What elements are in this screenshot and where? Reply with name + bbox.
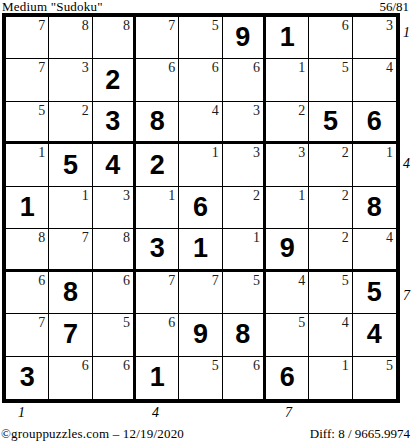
cell-r7c7[interactable]: 4	[266, 272, 309, 314]
cell-r7c6[interactable]: 5	[223, 272, 266, 314]
cell-r7c1[interactable]: 6	[6, 272, 49, 314]
cell-r4c8[interactable]: 2	[309, 144, 352, 186]
cell-r9c8[interactable]: 1	[309, 357, 352, 399]
cell-r6c7[interactable]: 9	[266, 229, 309, 271]
given-digit: 8	[223, 314, 263, 355]
cell-r2c8[interactable]: 5	[309, 59, 352, 101]
cell-r2c1[interactable]: 7	[6, 59, 49, 101]
cell-r6c4[interactable]: 3	[136, 229, 179, 271]
cell-r1c6[interactable]: 9	[223, 17, 266, 59]
pencil-digit: 5	[38, 103, 45, 118]
pencil-digit: 4	[386, 230, 393, 245]
given-digit: 6	[179, 187, 221, 228]
pencil-digit: 1	[298, 188, 305, 203]
pencil-digit: 1	[298, 60, 305, 75]
cell-r9c9[interactable]: 5	[353, 357, 396, 399]
cell-r8c8[interactable]: 4	[309, 314, 352, 356]
pencil-digit: 2	[298, 103, 305, 118]
cell-r3c7[interactable]: 2	[266, 102, 309, 144]
given-digit: 2	[136, 144, 178, 185]
cell-r2c3[interactable]: 2	[93, 59, 136, 101]
pencil-digit: 5	[342, 273, 349, 288]
pencil-digit: 7	[38, 60, 45, 75]
given-digit: 4	[353, 314, 396, 355]
given-digit: 3	[136, 229, 178, 268]
cell-r7c5[interactable]: 7	[179, 272, 222, 314]
pencil-digit: 7	[38, 315, 45, 330]
pencil-digit: 7	[168, 273, 175, 288]
cell-r2c9[interactable]: 4	[353, 59, 396, 101]
col-label-4: 4	[152, 405, 159, 421]
given-digit: 3	[6, 357, 48, 399]
difficulty-rating: Diff: 8 / 9665.9974	[310, 426, 410, 442]
cell-r7c3[interactable]: 6	[93, 272, 136, 314]
given-digit: 6	[266, 357, 308, 399]
pencil-digit: 8	[38, 230, 45, 245]
cell-r6c5[interactable]: 1	[179, 229, 222, 271]
pencil-digit: 8	[123, 230, 130, 245]
pencil-digit: 5	[212, 18, 219, 33]
given-digit: 3	[93, 102, 133, 141]
cell-r8c2[interactable]: 7	[49, 314, 92, 356]
given-digit: 9	[223, 17, 263, 58]
pencil-digit: 1	[38, 145, 45, 160]
cell-r8c1[interactable]: 7	[6, 314, 49, 356]
cell-r5c1[interactable]: 1	[6, 187, 49, 229]
pencil-digit: 5	[212, 358, 219, 373]
given-digit: 8	[49, 272, 91, 313]
cell-r7c2[interactable]: 8	[49, 272, 92, 314]
cell-r3c1[interactable]: 5	[6, 102, 49, 144]
pencil-digit: 6	[82, 358, 89, 373]
copyright-date: ©grouppuzzles.com – 12/19/2020	[1, 426, 184, 442]
pencil-digit: 5	[298, 315, 305, 330]
col-label-1: 1	[18, 405, 25, 421]
cell-r1c2[interactable]: 8	[49, 17, 92, 59]
cell-r6c8[interactable]: 2	[309, 229, 352, 271]
cell-r9c4[interactable]: 1	[136, 357, 179, 399]
cell-r8c5[interactable]: 9	[179, 314, 222, 356]
cell-r3c4[interactable]: 8	[136, 102, 179, 144]
cell-r4c9[interactable]: 1	[353, 144, 396, 186]
given-digit: 5	[309, 102, 351, 141]
cell-r9c1[interactable]: 3	[6, 357, 49, 399]
pencil-digit: 3	[253, 103, 260, 118]
pencil-digit: 3	[82, 60, 89, 75]
cell-r1c1[interactable]: 7	[6, 17, 49, 59]
cell-r4c3[interactable]: 4	[93, 144, 136, 186]
pencil-digit: 2	[342, 230, 349, 245]
pencil-digit: 5	[386, 358, 393, 373]
cell-r8c4[interactable]: 6	[136, 314, 179, 356]
pencil-digit: 2	[342, 188, 349, 203]
cell-r6c6[interactable]: 1	[223, 229, 266, 271]
cell-r1c5[interactable]: 5	[179, 17, 222, 59]
col-label-7: 7	[285, 405, 292, 421]
pencil-digit: 1	[342, 358, 349, 373]
cell-r3c6[interactable]: 3	[223, 102, 266, 144]
cell-r3c2[interactable]: 2	[49, 102, 92, 144]
cell-r2c2[interactable]: 3	[49, 59, 92, 101]
cell-r8c9[interactable]: 4	[353, 314, 396, 356]
pencil-digit: 3	[386, 18, 393, 33]
cell-r4c2[interactable]: 5	[49, 144, 92, 186]
pencil-digit: 2	[253, 188, 260, 203]
pencil-digit: 6	[168, 315, 175, 330]
pencil-digit: 4	[386, 60, 393, 75]
given-digit: 1	[136, 357, 178, 399]
pencil-digit: 5	[253, 273, 260, 288]
given-digit: 4	[93, 144, 133, 185]
cell-r5c7[interactable]: 1	[266, 187, 309, 229]
cell-r4c6[interactable]: 3	[223, 144, 266, 186]
cell-r7c4[interactable]: 7	[136, 272, 179, 314]
cell-r2c6[interactable]: 6	[223, 59, 266, 101]
pencil-digit: 2	[342, 145, 349, 160]
cell-r3c8[interactable]: 5	[309, 102, 352, 144]
cell-r2c5[interactable]: 6	[179, 59, 222, 101]
cell-r1c3[interactable]: 8	[93, 17, 136, 59]
pencil-digit: 6	[342, 18, 349, 33]
cell-r5c6[interactable]: 2	[223, 187, 266, 229]
cell-r6c1[interactable]: 8	[6, 229, 49, 271]
pencil-digit: 8	[82, 18, 89, 33]
sudoku-board: 7887591637326661545238432561542133211131…	[2, 13, 400, 403]
cell-r8c6[interactable]: 8	[223, 314, 266, 356]
cell-r1c7[interactable]: 1	[266, 17, 309, 59]
cell-r1c4[interactable]: 7	[136, 17, 179, 59]
pencil-digit: 7	[212, 273, 219, 288]
cell-r4c4[interactable]: 2	[136, 144, 179, 186]
cell-r7c8[interactable]: 5	[309, 272, 352, 314]
given-digit: 1	[179, 229, 221, 268]
row-label-7: 7	[403, 288, 412, 304]
pencil-digit: 6	[212, 60, 219, 75]
cell-r5c8[interactable]: 2	[309, 187, 352, 229]
pencil-digit: 7	[38, 18, 45, 33]
cell-r5c3[interactable]: 3	[93, 187, 136, 229]
given-digit: 6	[353, 102, 396, 141]
pencil-digit: 7	[168, 18, 175, 33]
pencil-digit: 5	[123, 315, 130, 330]
cell-r9c2[interactable]: 6	[49, 357, 92, 399]
given-digit: 1	[6, 187, 48, 228]
pencil-digit: 7	[82, 230, 89, 245]
cell-r9c5[interactable]: 5	[179, 357, 222, 399]
cell-r2c4[interactable]: 6	[136, 59, 179, 101]
given-digit: 7	[49, 314, 91, 355]
row-label-4: 4	[403, 156, 412, 172]
cell-r4c7[interactable]: 3	[266, 144, 309, 186]
pencil-digit: 1	[82, 188, 89, 203]
cell-r5c5[interactable]: 6	[179, 187, 222, 229]
given-digit: 9	[266, 229, 308, 268]
cell-r5c4[interactable]: 1	[136, 187, 179, 229]
row-label-1: 1	[403, 25, 412, 41]
cell-r6c9[interactable]: 4	[353, 229, 396, 271]
given-digit: 8	[136, 102, 178, 141]
cell-r9c3[interactable]: 6	[93, 357, 136, 399]
cell-r5c2[interactable]: 1	[49, 187, 92, 229]
pencil-digit: 1	[168, 188, 175, 203]
cell-r2c7[interactable]: 1	[266, 59, 309, 101]
cell-r6c2[interactable]: 7	[49, 229, 92, 271]
given-digit: 2	[93, 59, 133, 100]
pencil-digit: 3	[253, 145, 260, 160]
cell-r9c6[interactable]: 6	[223, 357, 266, 399]
cell-r3c5[interactable]: 4	[179, 102, 222, 144]
cell-r4c5[interactable]: 1	[179, 144, 222, 186]
cell-r1c9[interactable]: 3	[353, 17, 396, 59]
pencil-digit: 1	[212, 145, 219, 160]
pencil-digit: 4	[298, 273, 305, 288]
pencil-digit: 3	[298, 145, 305, 160]
pencil-digit: 4	[212, 103, 219, 118]
pencil-digit: 6	[123, 358, 130, 373]
pencil-digit: 6	[38, 273, 45, 288]
pencil-digit: 3	[123, 188, 130, 203]
cell-r9c7[interactable]: 6	[266, 357, 309, 399]
cell-r4c1[interactable]: 1	[6, 144, 49, 186]
cell-r1c8[interactable]: 6	[309, 17, 352, 59]
pencil-digit: 6	[253, 358, 260, 373]
given-digit: 5	[49, 144, 91, 185]
cell-r7c9[interactable]: 5	[353, 272, 396, 314]
cell-r5c9[interactable]: 8	[353, 187, 396, 229]
cell-r8c7[interactable]: 5	[266, 314, 309, 356]
given-digit: 1	[266, 17, 308, 58]
pencil-digit: 1	[253, 230, 260, 245]
cell-r8c3[interactable]: 5	[93, 314, 136, 356]
pencil-digit: 4	[342, 315, 349, 330]
cell-r3c3[interactable]: 3	[93, 102, 136, 144]
cell-r6c3[interactable]: 8	[93, 229, 136, 271]
pencil-digit: 5	[342, 60, 349, 75]
pencil-digit: 6	[123, 273, 130, 288]
pencil-digit: 1	[386, 145, 393, 160]
cell-r3c9[interactable]: 6	[353, 102, 396, 144]
pencil-digit: 2	[82, 103, 89, 118]
pencil-digit: 8	[123, 18, 130, 33]
given-digit: 8	[353, 187, 396, 228]
given-digit: 9	[179, 314, 221, 355]
pencil-digit: 6	[168, 60, 175, 75]
pencil-digit: 6	[253, 60, 260, 75]
given-digit: 5	[353, 272, 396, 313]
